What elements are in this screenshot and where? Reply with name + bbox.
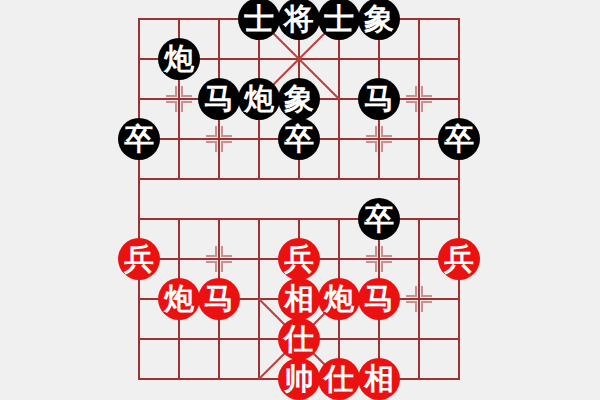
piece-red-advisor[interactable]: 仕: [278, 318, 320, 360]
xiangqi-screenshot: 士将士象炮马炮象马卒卒卒卒兵兵兵炮马相炮马仕帅仕相: [0, 0, 600, 400]
piece-red-cannon[interactable]: 炮: [318, 278, 360, 320]
marker-bracket: [206, 126, 217, 137]
marker-bracket: [381, 126, 392, 137]
point-marker: [166, 86, 192, 112]
marker-bracket: [406, 101, 417, 112]
piece-red-soldier[interactable]: 兵: [438, 238, 480, 280]
marker-bracket: [366, 246, 377, 257]
piece-red-soldier[interactable]: 兵: [278, 238, 320, 280]
piece-black-soldier[interactable]: 卒: [278, 118, 320, 160]
piece-red-soldier[interactable]: 兵: [118, 238, 160, 280]
marker-bracket: [181, 101, 192, 112]
marker-bracket: [181, 86, 192, 97]
marker-bracket: [206, 246, 217, 257]
piece-black-horse[interactable]: 马: [358, 78, 400, 120]
piece-red-horse[interactable]: 马: [358, 278, 400, 320]
piece-red-advisor[interactable]: 仕: [318, 358, 360, 400]
marker-bracket: [381, 246, 392, 257]
piece-black-soldier[interactable]: 卒: [358, 198, 400, 240]
marker-bracket: [366, 126, 377, 137]
board-cell: [298, 178, 338, 218]
piece-black-cannon[interactable]: 炮: [238, 78, 280, 120]
piece-black-soldier[interactable]: 卒: [118, 118, 160, 160]
point-marker: [366, 246, 392, 272]
piece-red-elephant[interactable]: 相: [358, 358, 400, 400]
marker-bracket: [366, 141, 377, 152]
marker-bracket: [381, 261, 392, 272]
board-cell: [138, 178, 178, 218]
point-marker: [406, 286, 432, 312]
piece-black-elephant[interactable]: 象: [358, 0, 400, 40]
board-cell: [178, 178, 218, 218]
board-cell: [218, 178, 258, 218]
piece-black-advisor[interactable]: 士: [318, 0, 360, 40]
marker-bracket: [421, 86, 432, 97]
marker-bracket: [366, 261, 377, 272]
piece-black-cannon[interactable]: 炮: [158, 38, 200, 80]
marker-bracket: [221, 261, 232, 272]
board-cell: [138, 338, 178, 378]
marker-bracket: [406, 86, 417, 97]
board-cell: [178, 338, 218, 378]
board-cell: [418, 178, 458, 218]
piece-red-horse[interactable]: 马: [198, 278, 240, 320]
piece-black-horse[interactable]: 马: [198, 78, 240, 120]
point-marker: [406, 86, 432, 112]
board-cell: [258, 178, 298, 218]
marker-bracket: [421, 301, 432, 312]
marker-bracket: [206, 261, 217, 272]
piece-black-elephant[interactable]: 象: [278, 78, 320, 120]
marker-bracket: [166, 101, 177, 112]
point-marker: [206, 246, 232, 272]
board-cell: [418, 338, 458, 378]
piece-black-general[interactable]: 将: [278, 0, 320, 40]
board-cell: [418, 18, 458, 58]
marker-bracket: [206, 141, 217, 152]
marker-bracket: [221, 141, 232, 152]
marker-bracket: [221, 126, 232, 137]
point-marker: [206, 126, 232, 152]
marker-bracket: [406, 301, 417, 312]
piece-red-general[interactable]: 帅: [278, 358, 320, 400]
marker-bracket: [406, 286, 417, 297]
piece-red-cannon[interactable]: 炮: [158, 278, 200, 320]
marker-bracket: [381, 141, 392, 152]
piece-red-elephant[interactable]: 相: [278, 278, 320, 320]
marker-bracket: [421, 101, 432, 112]
marker-bracket: [221, 246, 232, 257]
marker-bracket: [166, 86, 177, 97]
piece-black-advisor[interactable]: 士: [238, 0, 280, 40]
piece-black-soldier[interactable]: 卒: [438, 118, 480, 160]
board-cell: [218, 338, 258, 378]
marker-bracket: [421, 286, 432, 297]
point-marker: [366, 126, 392, 152]
